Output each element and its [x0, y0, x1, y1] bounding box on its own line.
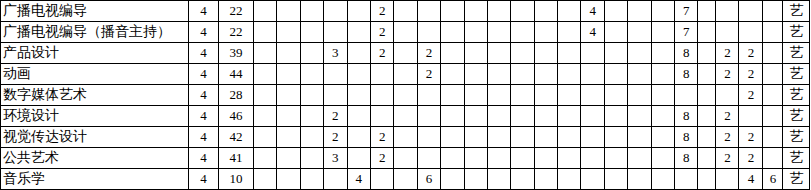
value-cell [605, 127, 628, 148]
value-cell [628, 22, 651, 43]
value-cell [394, 43, 417, 64]
value-cell [535, 169, 558, 190]
value-cell: 4 [348, 169, 371, 190]
value-cell [698, 43, 716, 64]
major-name-cell: 环境设计 [1, 106, 189, 127]
value-cell [716, 22, 739, 43]
value-cell: 2 [716, 43, 739, 64]
value-cell [763, 106, 783, 127]
value-cell [558, 1, 581, 22]
major-name-cell: 公共艺术 [1, 148, 189, 169]
value-cell [254, 85, 277, 106]
value-cell [739, 106, 763, 127]
value-cell [581, 148, 604, 169]
major-name-cell: 广播电视编导（播音主持） [1, 22, 189, 43]
value-cell [418, 148, 441, 169]
value-cell [698, 169, 716, 190]
value-cell [348, 127, 371, 148]
value-cell [698, 148, 716, 169]
value-cell [277, 43, 300, 64]
value-cell [652, 64, 675, 85]
value-cell [465, 106, 488, 127]
value-cell [581, 127, 604, 148]
value-cell [605, 148, 628, 169]
value-cell [628, 1, 651, 22]
value-cell: 4 [581, 22, 604, 43]
category-cell: 艺 [783, 148, 810, 169]
category-cell: 艺 [783, 64, 810, 85]
value-cell [698, 127, 716, 148]
value-cell [394, 1, 417, 22]
program-years-cell: 4 [189, 85, 219, 106]
value-cell: 2 [739, 148, 763, 169]
value-cell: 2 [716, 148, 739, 169]
value-cell [441, 43, 464, 64]
value-cell [558, 43, 581, 64]
value-cell [418, 127, 441, 148]
value-cell: 2 [716, 106, 739, 127]
value-cell: 2 [371, 22, 394, 43]
value-cell [581, 169, 604, 190]
value-cell [652, 43, 675, 64]
value-cell [488, 43, 511, 64]
value-cell: 2 [371, 1, 394, 22]
value-cell [488, 127, 511, 148]
value-cell: 2 [371, 43, 394, 64]
value-cell: 7 [675, 1, 698, 22]
value-cell [652, 127, 675, 148]
value-cell [465, 43, 488, 64]
plan-total-cell: 28 [219, 85, 254, 106]
value-cell [763, 1, 783, 22]
plan-total-cell: 42 [219, 127, 254, 148]
value-cell [628, 127, 651, 148]
value-cell [763, 43, 783, 64]
value-cell [535, 1, 558, 22]
value-cell [511, 1, 534, 22]
value-cell [441, 106, 464, 127]
value-cell [535, 85, 558, 106]
value-cell [488, 169, 511, 190]
value-cell [652, 85, 675, 106]
value-cell [441, 127, 464, 148]
value-cell [348, 64, 371, 85]
value-cell [716, 1, 739, 22]
value-cell: 2 [324, 127, 347, 148]
plan-total-cell: 46 [219, 106, 254, 127]
value-cell [441, 64, 464, 85]
value-cell: 2 [371, 127, 394, 148]
value-cell [394, 148, 417, 169]
value-cell: 8 [675, 64, 698, 85]
value-cell: 8 [675, 43, 698, 64]
value-cell [277, 22, 300, 43]
value-cell [254, 106, 277, 127]
value-cell [348, 1, 371, 22]
program-years-cell: 4 [189, 22, 219, 43]
value-cell [301, 148, 324, 169]
value-cell [558, 127, 581, 148]
value-cell [488, 64, 511, 85]
value-cell: 7 [675, 22, 698, 43]
value-cell [581, 106, 604, 127]
plan-total-cell: 22 [219, 22, 254, 43]
value-cell [441, 148, 464, 169]
value-cell [605, 106, 628, 127]
major-name-cell: 产品设计 [1, 43, 189, 64]
value-cell [558, 148, 581, 169]
value-cell: 2 [371, 148, 394, 169]
value-cell: 4 [739, 169, 763, 190]
program-years-cell: 4 [189, 64, 219, 85]
value-cell [698, 22, 716, 43]
value-cell [394, 85, 417, 106]
value-cell [558, 64, 581, 85]
category-cell: 艺 [783, 85, 810, 106]
value-cell [348, 148, 371, 169]
value-cell [254, 169, 277, 190]
category-cell: 艺 [783, 22, 810, 43]
value-cell [488, 22, 511, 43]
value-cell: 8 [675, 106, 698, 127]
value-cell: 2 [418, 64, 441, 85]
value-cell [301, 106, 324, 127]
value-cell: 8 [675, 127, 698, 148]
value-cell [371, 106, 394, 127]
value-cell [465, 22, 488, 43]
value-cell [277, 1, 300, 22]
category-cell: 艺 [783, 106, 810, 127]
program-years-cell: 4 [189, 43, 219, 64]
category-cell: 艺 [783, 43, 810, 64]
value-cell [465, 169, 488, 190]
value-cell [511, 22, 534, 43]
value-cell [605, 1, 628, 22]
major-name-cell: 动画 [1, 64, 189, 85]
value-cell: 2 [716, 64, 739, 85]
value-cell [371, 169, 394, 190]
value-cell [301, 22, 324, 43]
value-cell: 2 [324, 106, 347, 127]
value-cell [324, 22, 347, 43]
value-cell [558, 169, 581, 190]
value-cell [371, 64, 394, 85]
value-cell [277, 169, 300, 190]
value-cell [418, 1, 441, 22]
enrollment-plan-table: 广播电视编导422247艺广播电视编导（播音主持）422247艺产品设计4393… [0, 0, 810, 190]
value-cell [277, 106, 300, 127]
value-cell [652, 106, 675, 127]
category-cell: 艺 [783, 127, 810, 148]
value-cell [628, 148, 651, 169]
value-cell: 3 [324, 43, 347, 64]
value-cell [675, 85, 698, 106]
value-cell [535, 22, 558, 43]
value-cell [716, 169, 739, 190]
value-cell [348, 106, 371, 127]
value-cell [652, 1, 675, 22]
value-cell [675, 169, 698, 190]
value-cell [511, 106, 534, 127]
value-cell [488, 85, 511, 106]
value-cell [739, 1, 763, 22]
value-cell [628, 43, 651, 64]
value-cell [763, 64, 783, 85]
value-cell [511, 64, 534, 85]
major-name-cell: 数字媒体艺术 [1, 85, 189, 106]
value-cell [535, 43, 558, 64]
value-cell [558, 106, 581, 127]
value-cell [511, 85, 534, 106]
plan-total-cell: 10 [219, 169, 254, 190]
value-cell [535, 106, 558, 127]
value-cell [605, 169, 628, 190]
value-cell: 4 [581, 1, 604, 22]
value-cell [511, 148, 534, 169]
value-cell [465, 127, 488, 148]
value-cell: 6 [418, 169, 441, 190]
value-cell [324, 64, 347, 85]
value-cell [254, 43, 277, 64]
value-cell [324, 1, 347, 22]
value-cell [698, 64, 716, 85]
value-cell [301, 127, 324, 148]
plan-total-cell: 41 [219, 148, 254, 169]
value-cell: 2 [418, 43, 441, 64]
value-cell [254, 127, 277, 148]
value-cell [581, 85, 604, 106]
value-cell: 2 [739, 127, 763, 148]
value-cell [511, 169, 534, 190]
value-cell [254, 64, 277, 85]
value-cell [301, 64, 324, 85]
value-cell [558, 85, 581, 106]
value-cell [535, 127, 558, 148]
category-cell: 艺 [783, 169, 810, 190]
plan-total-cell: 44 [219, 64, 254, 85]
value-cell [348, 85, 371, 106]
value-cell [324, 169, 347, 190]
value-cell [511, 127, 534, 148]
value-cell [763, 85, 783, 106]
value-cell [277, 64, 300, 85]
value-cell [441, 85, 464, 106]
value-cell [558, 22, 581, 43]
category-cell: 艺 [783, 1, 810, 22]
value-cell [763, 148, 783, 169]
value-cell [254, 148, 277, 169]
value-cell [652, 169, 675, 190]
value-cell [581, 64, 604, 85]
value-cell [418, 85, 441, 106]
value-cell [441, 1, 464, 22]
value-cell [324, 85, 347, 106]
value-cell [301, 169, 324, 190]
value-cell: 6 [763, 169, 783, 190]
value-cell: 2 [739, 64, 763, 85]
value-cell [465, 64, 488, 85]
value-cell [605, 22, 628, 43]
program-years-cell: 4 [189, 169, 219, 190]
value-cell [716, 85, 739, 106]
value-cell: 8 [675, 148, 698, 169]
value-cell: 2 [739, 43, 763, 64]
major-name-cell: 视觉传达设计 [1, 127, 189, 148]
plan-total-cell: 39 [219, 43, 254, 64]
value-cell [254, 1, 277, 22]
plan-total-cell: 22 [219, 1, 254, 22]
value-cell [394, 127, 417, 148]
program-years-cell: 4 [189, 127, 219, 148]
value-cell [418, 106, 441, 127]
value-cell [605, 85, 628, 106]
value-cell [535, 64, 558, 85]
value-cell [465, 85, 488, 106]
major-name-cell: 音乐学 [1, 169, 189, 190]
value-cell [652, 148, 675, 169]
value-cell [652, 22, 675, 43]
value-cell [763, 127, 783, 148]
value-cell [254, 22, 277, 43]
value-cell [394, 64, 417, 85]
value-cell: 3 [324, 148, 347, 169]
value-cell: 2 [716, 127, 739, 148]
value-cell [511, 43, 534, 64]
value-cell [535, 148, 558, 169]
value-cell [605, 64, 628, 85]
value-cell [277, 148, 300, 169]
value-cell [394, 22, 417, 43]
value-cell [371, 85, 394, 106]
value-cell [605, 43, 628, 64]
value-cell [698, 1, 716, 22]
value-cell [465, 148, 488, 169]
value-cell [628, 85, 651, 106]
value-cell [465, 1, 488, 22]
value-cell [394, 169, 417, 190]
value-cell [301, 85, 324, 106]
value-cell [488, 106, 511, 127]
value-cell [763, 22, 783, 43]
program-years-cell: 4 [189, 1, 219, 22]
value-cell [277, 127, 300, 148]
program-years-cell: 4 [189, 148, 219, 169]
value-cell [628, 64, 651, 85]
value-cell [301, 1, 324, 22]
value-cell [418, 22, 441, 43]
major-name-cell: 广播电视编导 [1, 1, 189, 22]
value-cell [394, 106, 417, 127]
program-years-cell: 4 [189, 106, 219, 127]
value-cell [698, 85, 716, 106]
value-cell [739, 22, 763, 43]
value-cell: 2 [739, 85, 763, 106]
value-cell [581, 43, 604, 64]
value-cell [348, 43, 371, 64]
value-cell [348, 22, 371, 43]
value-cell [628, 106, 651, 127]
value-cell [488, 148, 511, 169]
value-cell [441, 22, 464, 43]
value-cell [301, 43, 324, 64]
value-cell [441, 169, 464, 190]
value-cell [277, 85, 300, 106]
value-cell [698, 106, 716, 127]
value-cell [628, 169, 651, 190]
value-cell [488, 1, 511, 22]
